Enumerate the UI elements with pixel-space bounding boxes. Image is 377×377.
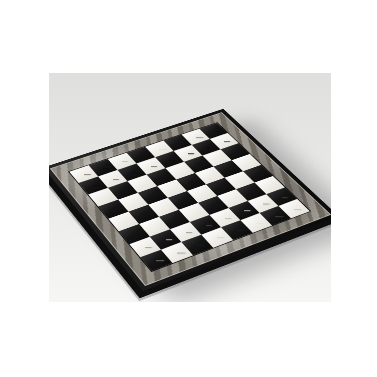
chess-board: ♜♞♝♛♚♝♞♜♟♟♟♟♟♟♟♟♟♟♟♟♟♟♟♟♜♞♝♛♚♝♞♜ xyxy=(49,109,331,291)
board-grid: ♜♞♝♛♚♝♞♜♟♟♟♟♟♟♟♟♟♟♟♟♟♟♟♟♜♞♝♛♚♝♞♜ xyxy=(69,123,309,271)
board-border-marble: ♜♞♝♛♚♝♞♜♟♟♟♟♟♟♟♟♟♟♟♟♟♟♟♟♜♞♝♛♚♝♞♜ xyxy=(50,112,331,286)
square-a1[interactable]: ♜ xyxy=(140,250,172,271)
product-photo: ♜♞♝♛♚♝♞♜♟♟♟♟♟♟♟♟♟♟♟♟♟♟♟♟♜♞♝♛♚♝♞♜ xyxy=(49,73,331,302)
white-rook-icon: ♜ xyxy=(133,239,180,265)
scene: ♜♞♝♛♚♝♞♜♟♟♟♟♟♟♟♟♟♟♟♟♟♟♟♟♜♞♝♛♚♝♞♜ xyxy=(49,73,331,302)
